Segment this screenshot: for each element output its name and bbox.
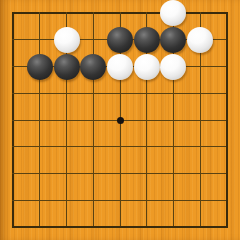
star-point	[117, 117, 124, 124]
black-stone	[160, 27, 186, 53]
white-stone	[160, 54, 186, 80]
white-stone	[187, 27, 213, 53]
grid-line-v-8	[226, 12, 228, 227]
grid-line-h-5	[12, 146, 227, 147]
white-stone	[107, 54, 133, 80]
grid-line-h-8	[12, 226, 227, 228]
white-stone	[134, 54, 160, 80]
white-stone	[54, 27, 80, 53]
black-stone	[27, 54, 53, 80]
white-stone	[160, 0, 186, 26]
grid-line-h-7	[12, 200, 227, 201]
grid-line-h-6	[12, 173, 227, 174]
black-stone	[54, 54, 80, 80]
screenshot-root	[0, 0, 240, 240]
go-board[interactable]	[0, 0, 240, 240]
black-stone	[80, 54, 106, 80]
black-stone	[107, 27, 133, 53]
black-stone	[134, 27, 160, 53]
